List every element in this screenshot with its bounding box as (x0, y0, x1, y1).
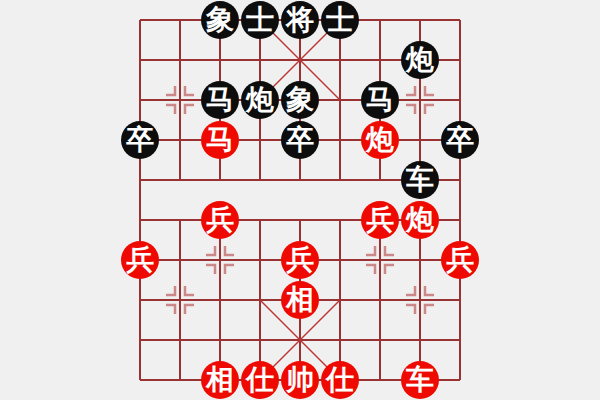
piece-red-elephant[interactable]: 相 (281, 281, 319, 319)
piece-red-advisor[interactable]: 仕 (241, 361, 279, 399)
piece-red-chariot[interactable]: 车 (401, 361, 439, 399)
piece-black-chariot[interactable]: 车 (401, 161, 439, 199)
piece-red-soldier[interactable]: 兵 (121, 241, 159, 279)
piece-red-horse[interactable]: 马 (201, 121, 239, 159)
piece-red-soldier[interactable]: 兵 (361, 201, 399, 239)
piece-red-soldier[interactable]: 兵 (441, 241, 479, 279)
piece-black-general[interactable]: 将 (281, 1, 319, 39)
piece-black-cannon[interactable]: 炮 (401, 41, 439, 79)
piece-black-advisor[interactable]: 士 (321, 1, 359, 39)
piece-black-elephant[interactable]: 象 (281, 81, 319, 119)
piece-black-horse[interactable]: 马 (361, 81, 399, 119)
piece-red-soldier[interactable]: 兵 (201, 201, 239, 239)
piece-black-cannon[interactable]: 炮 (241, 81, 279, 119)
piece-red-elephant[interactable]: 相 (201, 361, 239, 399)
piece-red-general[interactable]: 帅 (281, 361, 319, 399)
piece-black-soldier[interactable]: 卒 (281, 121, 319, 159)
piece-black-soldier[interactable]: 卒 (121, 121, 159, 159)
piece-red-advisor[interactable]: 仕 (321, 361, 359, 399)
piece-black-horse[interactable]: 马 (201, 81, 239, 119)
piece-black-soldier[interactable]: 卒 (441, 121, 479, 159)
pieces-layer: 象士将士炮马炮象马卒卒卒车马炮兵兵炮兵兵兵相相仕帅仕车 (0, 0, 600, 400)
piece-black-advisor[interactable]: 士 (241, 1, 279, 39)
piece-red-cannon[interactable]: 炮 (361, 121, 399, 159)
piece-red-soldier[interactable]: 兵 (281, 241, 319, 279)
piece-red-cannon[interactable]: 炮 (401, 201, 439, 239)
piece-black-elephant[interactable]: 象 (201, 1, 239, 39)
xiangqi-diagram: 象士将士炮马炮象马卒卒卒车马炮兵兵炮兵兵兵相相仕帅仕车 (0, 0, 600, 400)
